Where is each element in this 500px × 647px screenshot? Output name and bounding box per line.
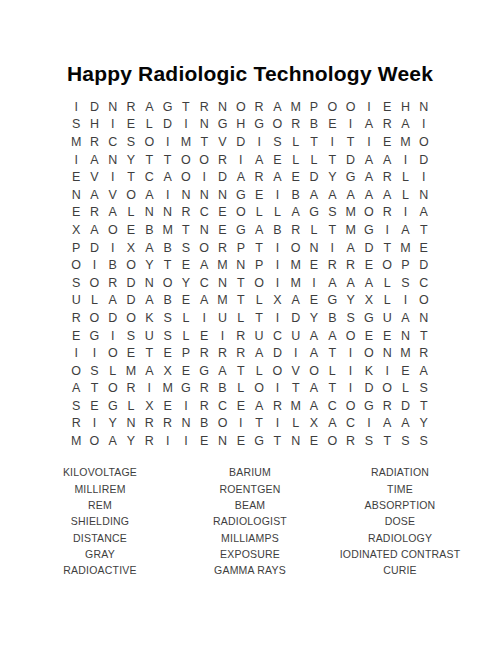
grid-cell: E — [195, 432, 213, 450]
grid-cell: Y — [122, 432, 140, 450]
grid-cell: T — [250, 309, 268, 327]
grid-cell: A — [85, 221, 103, 239]
grid-cell: E — [378, 327, 396, 345]
grid-cell: I — [360, 133, 378, 151]
grid-cell: R — [341, 256, 359, 274]
grid-cell: E — [158, 344, 176, 362]
grid-cell: C — [213, 397, 231, 415]
grid-cell: L — [378, 292, 396, 310]
grid-cell: L — [323, 362, 341, 380]
grid-cell: D — [415, 151, 433, 169]
grid-cell: O — [341, 98, 359, 116]
grid-cell: A — [140, 98, 158, 116]
grid-cell: I — [232, 151, 250, 169]
grid-cell: B — [158, 292, 176, 310]
word-list-item: RADIOLOGY — [325, 529, 475, 545]
grid-cell: O — [67, 256, 85, 274]
grid-cell: A — [287, 292, 305, 310]
grid-cell: R — [268, 397, 286, 415]
grid-cell: X — [140, 397, 158, 415]
grid-cell: T — [122, 168, 140, 186]
grid-cell: T — [323, 344, 341, 362]
grid-cell: V — [287, 362, 305, 380]
grid-cell: Y — [323, 168, 341, 186]
grid-cell: I — [177, 397, 195, 415]
grid-cell: O — [104, 221, 122, 239]
grid-cell: H — [85, 116, 103, 134]
grid-cell: D — [158, 116, 176, 134]
grid-cell: S — [396, 274, 414, 292]
grid-cell: E — [415, 239, 433, 257]
grid-cell: T — [268, 432, 286, 450]
grid-cell: D — [415, 256, 433, 274]
word-list-item: KILOVOLTAGE — [25, 464, 175, 480]
grid-cell: S — [360, 432, 378, 450]
grid-cell: T — [232, 362, 250, 380]
grid-cell: C — [140, 168, 158, 186]
grid-cell: E — [67, 327, 85, 345]
grid-cell: O — [104, 344, 122, 362]
grid-cell: I — [268, 274, 286, 292]
grid-cell: N — [378, 344, 396, 362]
grid-cell: E — [378, 98, 396, 116]
grid-cell: E — [177, 362, 195, 380]
grid-cell: L — [122, 397, 140, 415]
grid-cell: R — [140, 415, 158, 433]
grid-cell: V — [213, 133, 231, 151]
grid-cell: N — [213, 98, 231, 116]
grid-cell: A — [341, 239, 359, 257]
grid-cell: T — [250, 415, 268, 433]
grid-cell: I — [268, 309, 286, 327]
grid-cell: P — [232, 239, 250, 257]
grid-cell: M — [396, 344, 414, 362]
grid-cell: A — [158, 168, 176, 186]
grid-cell: A — [341, 274, 359, 292]
grid-cell: T — [232, 292, 250, 310]
grid-cell: B — [305, 116, 323, 134]
grid-cell: T — [415, 221, 433, 239]
grid-cell: I — [323, 239, 341, 257]
grid-cell: I — [268, 380, 286, 398]
grid-cell: M — [396, 239, 414, 257]
grid-cell: D — [360, 239, 378, 257]
grid-cell: P — [67, 239, 85, 257]
grid-cell: I — [341, 344, 359, 362]
grid-cell: O — [122, 309, 140, 327]
grid-cell: C — [341, 415, 359, 433]
grid-cell: I — [396, 204, 414, 222]
grid-cell: I — [360, 415, 378, 433]
grid-cell: C — [195, 274, 213, 292]
grid-cell: I — [67, 151, 85, 169]
grid-cell: A — [85, 151, 103, 169]
grid-cell: G — [305, 204, 323, 222]
grid-cell: U — [213, 309, 231, 327]
grid-cell: A — [250, 151, 268, 169]
grid-cell: E — [67, 204, 85, 222]
word-list-item: ROENTGEN — [175, 480, 325, 496]
grid-cell: G — [360, 309, 378, 327]
grid-cell: G — [104, 397, 122, 415]
grid-cell: I — [305, 274, 323, 292]
grid-cell: I — [104, 116, 122, 134]
grid-cell: T — [323, 221, 341, 239]
grid-cell: R — [232, 344, 250, 362]
grid-cell: G — [360, 221, 378, 239]
grid-cell: I — [85, 415, 103, 433]
grid-cell: I — [85, 256, 103, 274]
grid-cell: I — [287, 344, 305, 362]
grid-cell: G — [85, 327, 103, 345]
grid-cell: N — [104, 151, 122, 169]
grid-cell: A — [67, 380, 85, 398]
grid-cell: R — [140, 432, 158, 450]
grid-cell: P — [305, 98, 323, 116]
grid-cell: N — [104, 98, 122, 116]
grid-cell: A — [305, 380, 323, 398]
grid-cell: D — [287, 309, 305, 327]
grid-cell: S — [67, 116, 85, 134]
grid-cell: S — [122, 133, 140, 151]
grid-cell: A — [360, 151, 378, 169]
grid-cell: O — [158, 274, 176, 292]
grid-cell: V — [85, 168, 103, 186]
grid-cell: I — [341, 116, 359, 134]
word-search-grid: IDNRAGTRNORAMPOOIEHNSHIELDINGHGORBEIARAI… — [67, 98, 433, 450]
grid-cell: S — [158, 327, 176, 345]
grid-cell: D — [360, 380, 378, 398]
grid-cell: R — [195, 380, 213, 398]
grid-cell: O — [268, 362, 286, 380]
grid-cell: A — [323, 186, 341, 204]
grid-cell: A — [323, 274, 341, 292]
grid-cell: N — [415, 186, 433, 204]
grid-cell: D — [305, 168, 323, 186]
grid-cell: O — [85, 274, 103, 292]
grid-cell: D — [232, 133, 250, 151]
grid-cell: E — [67, 168, 85, 186]
grid-cell: U — [287, 327, 305, 345]
grid-cell: O — [305, 362, 323, 380]
grid-cell: N — [177, 186, 195, 204]
grid-cell: T — [287, 380, 305, 398]
grid-cell: O — [360, 204, 378, 222]
grid-cell: X — [360, 292, 378, 310]
grid-cell: Y — [415, 415, 433, 433]
grid-cell: E — [122, 116, 140, 134]
grid-cell: L — [287, 415, 305, 433]
grid-cell: I — [140, 380, 158, 398]
grid-cell: T — [415, 327, 433, 345]
grid-cell: A — [268, 98, 286, 116]
grid-cell: G — [323, 292, 341, 310]
grid-cell: I — [85, 344, 103, 362]
word-list-item: ABSORPTION — [325, 497, 475, 513]
grid-cell: E — [360, 327, 378, 345]
grid-cell: N — [415, 98, 433, 116]
grid-cell: R — [85, 204, 103, 222]
grid-cell: N — [305, 239, 323, 257]
grid-cell: P — [177, 344, 195, 362]
grid-cell: O — [177, 168, 195, 186]
grid-cell: I — [177, 432, 195, 450]
grid-cell: T — [177, 98, 195, 116]
grid-cell: G — [195, 362, 213, 380]
grid-cell: L — [140, 116, 158, 134]
grid-cell: C — [268, 327, 286, 345]
grid-cell: D — [104, 309, 122, 327]
grid-cell: L — [85, 292, 103, 310]
grid-cell: G — [177, 380, 195, 398]
grid-cell: M — [213, 292, 231, 310]
grid-cell: A — [341, 186, 359, 204]
grid-cell: T — [341, 133, 359, 151]
grid-cell: E — [177, 256, 195, 274]
grid-cell: M — [396, 133, 414, 151]
word-list-item: MILLIREM — [25, 480, 175, 496]
grid-cell: D — [85, 98, 103, 116]
grid-cell: I — [378, 362, 396, 380]
grid-cell: L — [305, 221, 323, 239]
grid-cell: A — [323, 327, 341, 345]
grid-cell: L — [396, 168, 414, 186]
grid-cell: H — [396, 98, 414, 116]
grid-cell: G — [232, 186, 250, 204]
word-list-item: GRAY — [25, 546, 175, 562]
grid-cell: A — [305, 186, 323, 204]
grid-cell: O — [250, 380, 268, 398]
grid-cell: N — [195, 221, 213, 239]
grid-cell: T — [305, 133, 323, 151]
grid-cell: N — [195, 186, 213, 204]
grid-cell: R — [232, 327, 250, 345]
grid-cell: A — [268, 168, 286, 186]
grid-cell: A — [415, 204, 433, 222]
grid-cell: N — [213, 186, 231, 204]
grid-cell: X — [122, 239, 140, 257]
grid-cell: O — [195, 239, 213, 257]
grid-cell: V — [104, 186, 122, 204]
grid-cell: T — [378, 432, 396, 450]
grid-cell: X — [305, 415, 323, 433]
grid-cell: O — [378, 380, 396, 398]
grid-cell: Y — [177, 274, 195, 292]
grid-cell: R — [378, 204, 396, 222]
grid-cell: N — [140, 204, 158, 222]
grid-cell: L — [104, 362, 122, 380]
grid-cell: U — [67, 292, 85, 310]
grid-cell: C — [104, 133, 122, 151]
grid-cell: E — [232, 432, 250, 450]
grid-cell: E — [396, 362, 414, 380]
grid-cell: D — [85, 239, 103, 257]
grid-cell: L — [305, 151, 323, 169]
grid-cell: B — [287, 186, 305, 204]
grid-cell: L — [232, 380, 250, 398]
grid-cell: M — [287, 397, 305, 415]
grid-cell: A — [104, 204, 122, 222]
grid-cell: M — [158, 380, 176, 398]
grid-cell: P — [250, 256, 268, 274]
grid-cell: G — [341, 168, 359, 186]
grid-cell: U — [140, 327, 158, 345]
grid-cell: X — [158, 362, 176, 380]
grid-cell: A — [140, 186, 158, 204]
grid-cell: M — [67, 133, 85, 151]
grid-cell: I — [177, 116, 195, 134]
grid-cell: S — [415, 380, 433, 398]
grid-cell: R — [323, 256, 341, 274]
grid-cell: I — [341, 362, 359, 380]
grid-cell: R — [250, 98, 268, 116]
grid-cell: A — [250, 221, 268, 239]
grid-cell: O — [415, 133, 433, 151]
grid-cell: A — [378, 415, 396, 433]
grid-cell: S — [158, 309, 176, 327]
grid-cell: R — [378, 116, 396, 134]
grid-cell: O — [360, 344, 378, 362]
grid-cell: E — [195, 327, 213, 345]
grid-cell: A — [250, 344, 268, 362]
grid-cell: I — [104, 239, 122, 257]
grid-cell: Y — [122, 151, 140, 169]
grid-cell: L — [396, 186, 414, 204]
word-list-item: RADIOACTIVE — [25, 562, 175, 578]
grid-cell: X — [268, 292, 286, 310]
grid-cell: O — [122, 186, 140, 204]
grid-cell: A — [250, 397, 268, 415]
grid-cell: E — [213, 221, 231, 239]
grid-cell: L — [250, 204, 268, 222]
word-list-item: RADIATION — [325, 464, 475, 480]
grid-cell: T — [140, 151, 158, 169]
grid-cell: R — [378, 168, 396, 186]
grid-cell: O — [232, 204, 250, 222]
word-list-item: SHIELDING — [25, 513, 175, 529]
word-list-item: IODINATED CONTRAST — [325, 546, 475, 562]
grid-cell: Y — [104, 415, 122, 433]
grid-cell: I — [378, 221, 396, 239]
word-search-page: Happy Radiologic Technology Week IDNRAGT… — [0, 0, 500, 647]
grid-cell: I — [415, 116, 433, 134]
grid-cell: A — [104, 432, 122, 450]
grid-cell: R — [195, 344, 213, 362]
grid-cell: R — [250, 168, 268, 186]
grid-cell: O — [323, 432, 341, 450]
grid-cell: O — [177, 151, 195, 169]
grid-cell: R — [213, 151, 231, 169]
grid-cell: S — [177, 239, 195, 257]
grid-cell: A — [323, 415, 341, 433]
grid-cell: E — [250, 186, 268, 204]
grid-cell: G — [232, 221, 250, 239]
grid-cell: I — [67, 98, 85, 116]
grid-cell: X — [67, 221, 85, 239]
grid-cell: N — [67, 186, 85, 204]
grid-cell: R — [287, 116, 305, 134]
grid-cell: O — [85, 309, 103, 327]
grid-cell: E — [85, 397, 103, 415]
grid-cell: O — [323, 98, 341, 116]
grid-cell: E — [287, 168, 305, 186]
grid-cell: E — [213, 204, 231, 222]
grid-cell: O — [268, 116, 286, 134]
word-list-item: CURIE — [325, 562, 475, 578]
grid-cell: T — [85, 380, 103, 398]
grid-cell: B — [140, 221, 158, 239]
grid-cell: I — [268, 239, 286, 257]
grid-cell: A — [396, 309, 414, 327]
grid-cell: O — [213, 415, 231, 433]
grid-cell: D — [396, 397, 414, 415]
grid-cell: R — [195, 98, 213, 116]
grid-cell: L — [232, 309, 250, 327]
grid-cell: A — [396, 221, 414, 239]
grid-cell: D — [122, 274, 140, 292]
page-title: Happy Radiologic Technology Week — [0, 62, 500, 86]
grid-cell: T — [195, 133, 213, 151]
grid-cell: N — [415, 309, 433, 327]
grid-cell: D — [341, 151, 359, 169]
grid-cell: A — [360, 186, 378, 204]
grid-cell: T — [323, 151, 341, 169]
grid-cell: S — [85, 362, 103, 380]
grid-cell: E — [305, 256, 323, 274]
grid-cell: O — [195, 151, 213, 169]
grid-cell: R — [85, 133, 103, 151]
grid-cell: R — [213, 344, 231, 362]
grid-cell: S — [67, 397, 85, 415]
grid-cell: B — [158, 239, 176, 257]
grid-cell: I — [104, 327, 122, 345]
grid-cell: Y — [140, 256, 158, 274]
grid-cell: Y — [305, 309, 323, 327]
grid-cell: T — [415, 397, 433, 415]
grid-cell: E — [305, 292, 323, 310]
grid-cell: E — [122, 221, 140, 239]
grid-cell: M — [122, 362, 140, 380]
grid-cell: O — [250, 274, 268, 292]
grid-cell: A — [140, 292, 158, 310]
grid-cell: I — [268, 256, 286, 274]
grid-cell: E — [360, 256, 378, 274]
grid-cell: A — [396, 415, 414, 433]
grid-cell: O — [341, 327, 359, 345]
grid-cell: E — [158, 397, 176, 415]
grid-cell: M — [341, 221, 359, 239]
grid-cell: R — [67, 415, 85, 433]
grid-cell: L — [177, 309, 195, 327]
grid-cell: I — [396, 292, 414, 310]
grid-cell: A — [415, 362, 433, 380]
grid-cell: C — [323, 397, 341, 415]
grid-cell: O — [415, 292, 433, 310]
grid-cell: N — [396, 327, 414, 345]
grid-cell: I — [323, 133, 341, 151]
grid-cell: L — [396, 380, 414, 398]
grid-cell: M — [177, 133, 195, 151]
grid-cell: B — [213, 380, 231, 398]
grid-cell: I — [396, 151, 414, 169]
grid-cell: M — [287, 274, 305, 292]
grid-cell: S — [323, 204, 341, 222]
word-list-item: DISTANCE — [25, 529, 175, 545]
grid-cell: I — [250, 133, 268, 151]
grid-cell: E — [268, 151, 286, 169]
grid-cell: G — [250, 116, 268, 134]
grid-cell: A — [195, 292, 213, 310]
